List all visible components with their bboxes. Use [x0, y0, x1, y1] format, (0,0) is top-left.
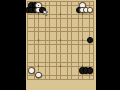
stone-glyph: ● [88, 68, 92, 72]
go-stone-white-S17[interactable]: ● [87, 7, 93, 13]
stone-glyph: ● [36, 73, 40, 77]
screenshot-stage: ●●●●●●●●●●●●●●●●●●● [0, 0, 120, 90]
stone-glyph: ● [88, 8, 92, 12]
star-point [60, 13, 62, 15]
letterbox-right [96, 0, 120, 90]
go-stone-black-S10[interactable]: ● [87, 37, 93, 43]
go-stone-black-S3[interactable]: ● [87, 67, 93, 73]
star-point [38, 39, 40, 41]
letterbox-left [0, 0, 26, 90]
board-grid[interactable]: ●●●●●●●●●●●●●●●●●●● [26, 0, 95, 81]
star-point [82, 13, 84, 15]
go-stone-white-B3[interactable]: ● [28, 67, 34, 73]
stone-glyph: ● [88, 38, 92, 42]
go-stone-white-D2[interactable]: ● [35, 72, 41, 78]
go-board[interactable]: ●●●●●●●●●●●●●●●●●●● [26, 0, 96, 90]
stone-glyph: ● [29, 68, 33, 72]
star-point [38, 13, 40, 15]
mouse-cursor-icon [43, 10, 49, 17]
star-point [82, 39, 84, 41]
star-point [60, 65, 62, 67]
star-point [38, 65, 40, 67]
star-point [60, 39, 62, 41]
